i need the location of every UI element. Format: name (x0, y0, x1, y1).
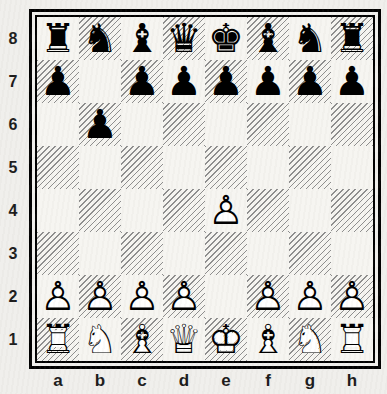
black-pawn-glyph: ♟ (208, 58, 244, 104)
square-c5[interactable] (121, 146, 163, 189)
square-d3[interactable] (163, 232, 205, 275)
square-c7[interactable]: ♟ (121, 60, 163, 103)
black-pawn-glyph: ♟ (250, 58, 286, 104)
white-rook[interactable]: ♜♖ (40, 318, 76, 361)
white-pawn-glyph: ♙ (250, 273, 286, 319)
black-pawn-glyph: ♟ (124, 58, 160, 104)
square-e1[interactable]: ♚♔ (205, 318, 247, 361)
file-label-c: c (121, 370, 163, 392)
rank-label-6: 6 (4, 103, 22, 146)
black-pawn[interactable]: ♟ (292, 60, 328, 103)
white-pawn-glyph: ♙ (334, 273, 370, 319)
file-label-a: a (37, 370, 79, 392)
black-pawn[interactable]: ♟ (250, 60, 286, 103)
rank-label-1: 1 (4, 318, 22, 361)
square-c3[interactable] (121, 232, 163, 275)
square-f1[interactable]: ♝♗ (247, 318, 289, 361)
white-king[interactable]: ♚♔ (208, 318, 244, 361)
white-bishop-glyph: ♗ (124, 316, 160, 362)
square-a3[interactable] (37, 232, 79, 275)
square-b8[interactable]: ♞ (79, 17, 121, 60)
white-pawn-glyph: ♙ (124, 273, 160, 319)
square-a8[interactable]: ♜ (37, 17, 79, 60)
square-g3[interactable] (289, 232, 331, 275)
square-c4[interactable] (121, 189, 163, 232)
square-g6[interactable] (289, 103, 331, 146)
black-knight-glyph: ♞ (292, 15, 328, 61)
square-c8[interactable]: ♝ (121, 17, 163, 60)
square-d4[interactable] (163, 189, 205, 232)
square-a4[interactable] (37, 189, 79, 232)
square-e6[interactable] (205, 103, 247, 146)
rank-label-5: 5 (4, 146, 22, 189)
black-knight-glyph: ♞ (82, 15, 118, 61)
black-pawn[interactable]: ♟ (208, 60, 244, 103)
square-d8[interactable]: ♛ (163, 17, 205, 60)
white-pawn[interactable]: ♟♙ (292, 275, 328, 318)
white-rook-glyph: ♖ (334, 316, 370, 362)
rank-labels: 87654321 (4, 17, 22, 361)
black-king[interactable]: ♚ (208, 17, 244, 60)
square-f5[interactable] (247, 146, 289, 189)
square-d5[interactable] (163, 146, 205, 189)
square-d6[interactable] (163, 103, 205, 146)
black-pawn-glyph: ♟ (292, 58, 328, 104)
white-knight-glyph: ♘ (82, 316, 118, 362)
square-b5[interactable] (79, 146, 121, 189)
black-bishop-glyph: ♝ (124, 15, 160, 61)
black-pawn[interactable]: ♟ (82, 103, 118, 146)
black-rook[interactable]: ♜ (40, 17, 76, 60)
square-f6[interactable] (247, 103, 289, 146)
rank-label-7: 7 (4, 60, 22, 103)
square-c2[interactable]: ♟♙ (121, 275, 163, 318)
white-bishop-glyph: ♗ (250, 316, 286, 362)
board-inner-frame: ♜♞♝♛♚♝♞♜♟♟♟♟♟♟♟♟♟♙♟♙♟♙♟♙♟♙♟♙♟♙♟♙♜♖♞♘♝♗♛♕… (35, 15, 375, 363)
white-knight-glyph: ♘ (292, 316, 328, 362)
square-h7[interactable]: ♟ (331, 60, 373, 103)
board-grid: ♜♞♝♛♚♝♞♜♟♟♟♟♟♟♟♟♟♙♟♙♟♙♟♙♟♙♟♙♟♙♟♙♜♖♞♘♝♗♛♕… (37, 17, 373, 361)
square-e7[interactable]: ♟ (205, 60, 247, 103)
black-pawn[interactable]: ♟ (40, 60, 76, 103)
square-g7[interactable]: ♟ (289, 60, 331, 103)
square-c1[interactable]: ♝♗ (121, 318, 163, 361)
square-e2[interactable] (205, 275, 247, 318)
square-e3[interactable] (205, 232, 247, 275)
square-g2[interactable]: ♟♙ (289, 275, 331, 318)
black-king-glyph: ♚ (208, 15, 244, 61)
file-label-g: g (289, 370, 331, 392)
square-a5[interactable] (37, 146, 79, 189)
square-f7[interactable]: ♟ (247, 60, 289, 103)
white-bishop[interactable]: ♝♗ (124, 318, 160, 361)
square-e8[interactable]: ♚ (205, 17, 247, 60)
white-bishop[interactable]: ♝♗ (250, 318, 286, 361)
square-b3[interactable] (79, 232, 121, 275)
white-pawn[interactable]: ♟♙ (208, 189, 244, 232)
square-h3[interactable] (331, 232, 373, 275)
square-f3[interactable] (247, 232, 289, 275)
black-queen[interactable]: ♛ (166, 17, 202, 60)
white-pawn[interactable]: ♟♙ (82, 275, 118, 318)
black-pawn-glyph: ♟ (166, 58, 202, 104)
black-rook[interactable]: ♜ (334, 17, 370, 60)
square-e5[interactable] (205, 146, 247, 189)
black-queen-glyph: ♛ (166, 15, 202, 61)
square-b4[interactable] (79, 189, 121, 232)
square-h1[interactable]: ♜♖ (331, 318, 373, 361)
black-pawn-glyph: ♟ (82, 101, 118, 147)
white-pawn[interactable]: ♟♙ (334, 275, 370, 318)
white-pawn-glyph: ♙ (166, 273, 202, 319)
black-pawn-glyph: ♟ (40, 58, 76, 104)
white-queen-glyph: ♕ (166, 316, 202, 362)
chess-board: ♜♞♝♛♚♝♞♜♟♟♟♟♟♟♟♟♟♙♟♙♟♙♟♙♟♙♟♙♟♙♟♙♜♖♞♘♝♗♛♕… (29, 9, 381, 369)
square-h5[interactable] (331, 146, 373, 189)
black-pawn[interactable]: ♟ (124, 60, 160, 103)
square-b1[interactable]: ♞♘ (79, 318, 121, 361)
file-label-d: d (163, 370, 205, 392)
black-pawn-glyph: ♟ (334, 58, 370, 104)
black-rook-glyph: ♜ (40, 15, 76, 61)
white-pawn-glyph: ♙ (40, 273, 76, 319)
file-label-e: e (205, 370, 247, 392)
square-h4[interactable] (331, 189, 373, 232)
square-b2[interactable]: ♟♙ (79, 275, 121, 318)
black-bishop-glyph: ♝ (250, 15, 286, 61)
file-label-h: h (331, 370, 373, 392)
square-h8[interactable]: ♜ (331, 17, 373, 60)
square-b6[interactable]: ♟ (79, 103, 121, 146)
square-a6[interactable] (37, 103, 79, 146)
square-f2[interactable]: ♟♙ (247, 275, 289, 318)
square-h6[interactable] (331, 103, 373, 146)
square-h2[interactable]: ♟♙ (331, 275, 373, 318)
chess-diagram: 87654321 ♜♞♝♛♚♝♞♜♟♟♟♟♟♟♟♟♟♙♟♙♟♙♟♙♟♙♟♙♟♙♟… (0, 0, 387, 394)
square-d1[interactable]: ♛♕ (163, 318, 205, 361)
black-pawn[interactable]: ♟ (166, 60, 202, 103)
square-a2[interactable]: ♟♙ (37, 275, 79, 318)
white-pawn[interactable]: ♟♙ (124, 275, 160, 318)
black-bishop[interactable]: ♝ (250, 17, 286, 60)
square-a7[interactable]: ♟ (37, 60, 79, 103)
white-knight[interactable]: ♞♘ (292, 318, 328, 361)
white-rook-glyph: ♖ (40, 316, 76, 362)
square-d7[interactable]: ♟ (163, 60, 205, 103)
square-g4[interactable] (289, 189, 331, 232)
file-labels: abcdefgh (37, 370, 373, 392)
square-b7[interactable] (79, 60, 121, 103)
square-e4[interactable]: ♟♙ (205, 189, 247, 232)
square-f8[interactable]: ♝ (247, 17, 289, 60)
black-pawn[interactable]: ♟ (334, 60, 370, 103)
white-knight[interactable]: ♞♘ (82, 318, 118, 361)
file-label-b: b (79, 370, 121, 392)
square-g8[interactable]: ♞ (289, 17, 331, 60)
white-pawn-glyph: ♙ (82, 273, 118, 319)
black-knight[interactable]: ♞ (292, 17, 328, 60)
white-rook[interactable]: ♜♖ (334, 318, 370, 361)
white-queen[interactable]: ♛♕ (166, 318, 202, 361)
rank-label-2: 2 (4, 275, 22, 318)
white-pawn-glyph: ♙ (208, 187, 244, 233)
square-d2[interactable]: ♟♙ (163, 275, 205, 318)
white-king-glyph: ♔ (208, 316, 244, 362)
black-bishop[interactable]: ♝ (124, 17, 160, 60)
black-knight[interactable]: ♞ (82, 17, 118, 60)
rank-label-8: 8 (4, 17, 22, 60)
white-pawn[interactable]: ♟♙ (40, 275, 76, 318)
rank-label-3: 3 (4, 232, 22, 275)
white-pawn[interactable]: ♟♙ (166, 275, 202, 318)
square-c6[interactable] (121, 103, 163, 146)
square-g5[interactable] (289, 146, 331, 189)
square-g1[interactable]: ♞♘ (289, 318, 331, 361)
black-rook-glyph: ♜ (334, 15, 370, 61)
square-a1[interactable]: ♜♖ (37, 318, 79, 361)
white-pawn-glyph: ♙ (292, 273, 328, 319)
rank-label-4: 4 (4, 189, 22, 232)
file-label-f: f (247, 370, 289, 392)
square-f4[interactable] (247, 189, 289, 232)
white-pawn[interactable]: ♟♙ (250, 275, 286, 318)
